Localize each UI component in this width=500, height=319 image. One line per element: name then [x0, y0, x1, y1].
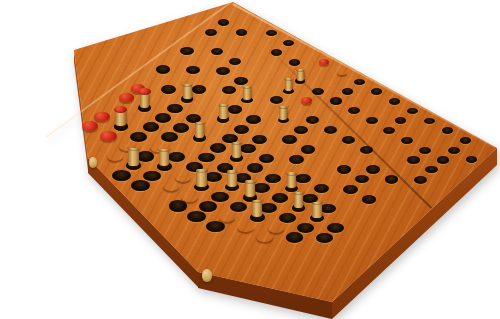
board-hole [229, 58, 242, 66]
peg-red-flat [301, 97, 313, 104]
board-hole [253, 183, 270, 193]
board-hole [320, 204, 336, 214]
board-hole [414, 176, 427, 184]
board-hole [306, 116, 319, 124]
board-hole [385, 175, 399, 183]
peg-blue-flat [256, 232, 273, 242]
board-hole [186, 66, 200, 74]
peg-white-top [292, 188, 305, 195]
board-hole [187, 211, 206, 222]
board-hole [395, 117, 407, 124]
peg-blue-top [285, 169, 298, 176]
board-hole [161, 85, 176, 94]
board-hole [419, 147, 431, 154]
board-hole [156, 65, 170, 74]
board-hole [282, 135, 296, 144]
board-hole [371, 88, 382, 95]
board-hole [366, 165, 380, 173]
peg-red-top [138, 88, 151, 95]
board-hole [234, 125, 249, 134]
board-hole [252, 135, 267, 144]
board-hole [383, 127, 395, 134]
peg-red-flat [319, 59, 329, 65]
peg-red-flat [94, 112, 110, 122]
peg-white-top [194, 119, 207, 126]
board-hole [342, 88, 354, 95]
peg-white-top [278, 103, 289, 109]
board-hole [289, 59, 301, 66]
board-hole [460, 137, 471, 144]
board-hole [265, 174, 281, 184]
board-hole [137, 151, 155, 162]
board-hole [143, 122, 160, 132]
peg-natural-top [296, 67, 306, 72]
board-hole [342, 136, 355, 144]
board-hole [448, 147, 460, 154]
board-hole [161, 132, 178, 142]
board-hole [168, 152, 185, 162]
board-hole [389, 98, 400, 105]
board-hole [286, 232, 304, 243]
board-hole [112, 170, 131, 181]
board-hole [199, 201, 217, 212]
board-hole [354, 79, 365, 86]
board-hole [173, 123, 189, 133]
peg-red-flat [100, 131, 116, 141]
board-hole [210, 143, 226, 153]
board-hole [131, 180, 150, 191]
peg-yellow-flat [181, 191, 198, 201]
board-hole [240, 144, 256, 153]
peg-white-flat [337, 69, 347, 75]
peg-natural-top [181, 81, 193, 87]
board-hole [236, 29, 248, 36]
board-hole [362, 195, 377, 204]
board-hole [272, 193, 289, 203]
board-hole [401, 137, 413, 144]
board-hole [216, 67, 229, 75]
peg-green-flat [107, 150, 124, 160]
board-hole [205, 29, 217, 36]
board-hole [355, 175, 369, 184]
board-hole [301, 145, 315, 154]
board-hole [211, 192, 229, 203]
board-hole [205, 172, 222, 182]
photo-stage [0, 0, 500, 319]
board-hole [130, 132, 147, 142]
game-board [0, 0, 500, 319]
board-hole [407, 156, 420, 164]
board-hole [259, 154, 275, 163]
board-hole [337, 165, 351, 174]
board-hole [360, 146, 373, 154]
board-hole [283, 40, 294, 47]
board-hole [246, 115, 260, 124]
board-hole [266, 30, 277, 37]
board-hole [192, 85, 206, 94]
peg-blue-top [250, 196, 264, 203]
board-hole [218, 19, 230, 26]
board-hole [312, 88, 324, 95]
board-hole [289, 155, 304, 164]
board-hole [222, 86, 236, 94]
board-hole [271, 49, 283, 56]
peg-red-flat [82, 121, 98, 131]
board-hole [180, 47, 193, 55]
board-hole [247, 163, 263, 173]
board-hole [206, 221, 225, 232]
board-hole [343, 185, 358, 194]
peg-yellow-top [225, 167, 238, 174]
board-hole [437, 156, 449, 163]
peg-yellow-top [195, 165, 209, 172]
peg-green-top [157, 145, 171, 152]
board-hole [407, 108, 418, 115]
board-hole [211, 48, 224, 56]
board-hole [143, 171, 161, 182]
peg-yellow-flat [163, 181, 180, 191]
board-hole [424, 118, 435, 125]
peg-red-flat [119, 93, 134, 102]
board-hole [330, 97, 342, 104]
peg-blue-flat [268, 223, 284, 233]
board-hole [228, 105, 242, 114]
board-hole [316, 233, 333, 243]
peg-blue-flat [219, 212, 236, 222]
peg-blue-flat [237, 222, 254, 232]
board-hole [279, 213, 296, 223]
peg-yellow-top [230, 139, 243, 146]
board-hole [294, 126, 308, 134]
peg-yellow-flat [175, 172, 191, 182]
board-hole [425, 166, 438, 174]
board-hole [295, 174, 311, 183]
board-hole [198, 153, 215, 163]
board-hole [366, 117, 378, 124]
board-hole [230, 202, 248, 213]
board-hole [167, 104, 183, 113]
board-hole [260, 203, 277, 213]
board-hole [297, 223, 314, 233]
board-hole [169, 200, 188, 211]
board-hole [348, 107, 360, 114]
board-hole [327, 223, 344, 233]
board-hole [442, 127, 453, 134]
peg-white-top [284, 76, 294, 81]
peg-red-top [114, 106, 127, 113]
board-hole [324, 126, 337, 134]
board-hole [155, 113, 171, 123]
board-hole [466, 156, 478, 163]
board-hole [314, 184, 330, 193]
pieces-layer [0, 0, 500, 319]
peg-blue-top [243, 177, 256, 184]
